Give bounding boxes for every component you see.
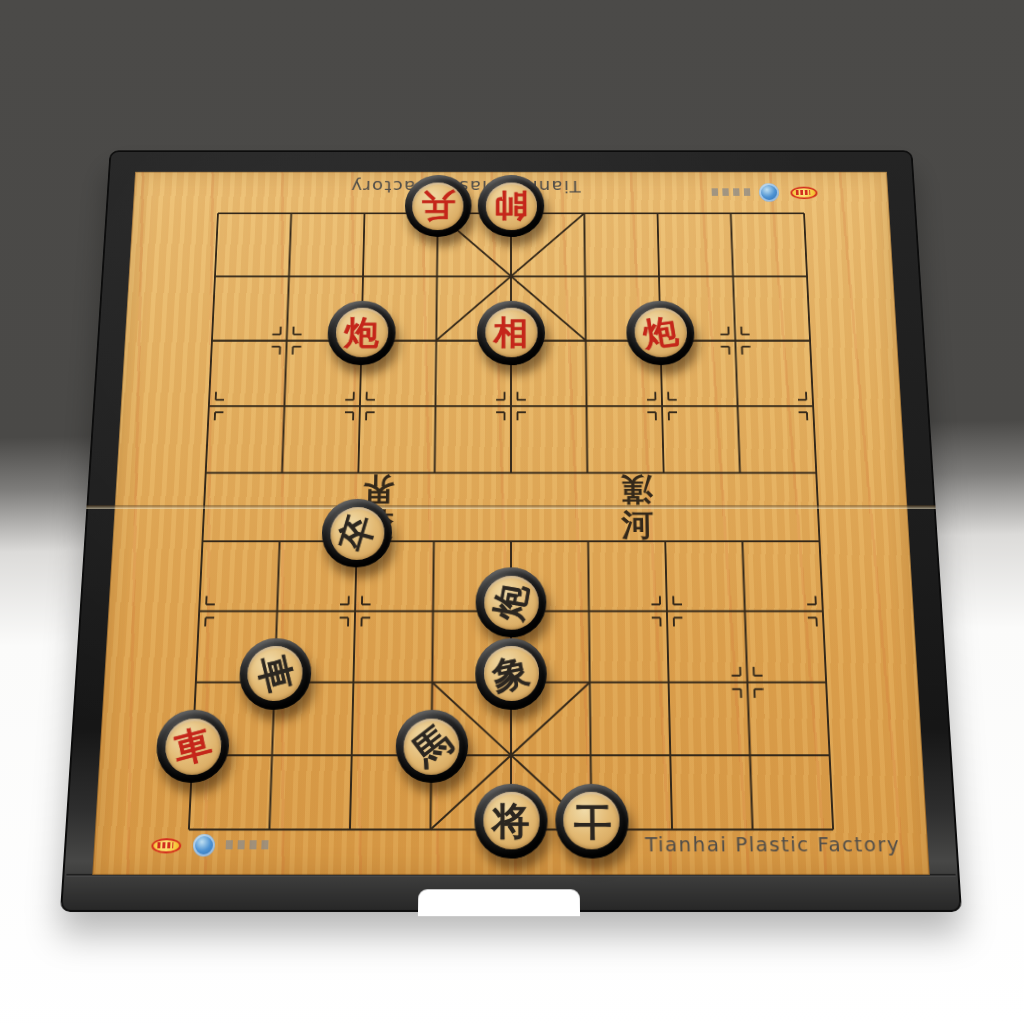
piece-red-elephant[interactable]: 相 xyxy=(477,301,545,365)
piece-character: 炮 xyxy=(490,582,532,624)
piece-face: 象 xyxy=(483,646,538,701)
board-surface: Tianhai Plastic Factory 界 漢 楚 河 兵帥炮相炮卒炮車… xyxy=(92,172,929,875)
board-frame: Tianhai Plastic Factory 界 漢 楚 河 兵帥炮相炮卒炮車… xyxy=(60,150,962,912)
river-char-he: 河 xyxy=(616,504,658,545)
piece-face: 帥 xyxy=(485,182,536,230)
piece-character: 卒 xyxy=(335,511,380,554)
piece-face: 兵 xyxy=(412,182,464,230)
piece-face: 相 xyxy=(485,308,537,358)
piece-red-cannon-right[interactable]: 炮 xyxy=(626,301,695,365)
piece-black-horse[interactable]: 馬 xyxy=(395,710,468,783)
piece-face: 炮 xyxy=(484,576,539,630)
latch-notch xyxy=(418,889,580,916)
piece-character: 帥 xyxy=(494,190,528,222)
piece-character: 士 xyxy=(573,801,611,839)
piece-character: 象 xyxy=(489,652,533,696)
piece-red-general[interactable]: 帥 xyxy=(478,175,545,237)
piece-face: 卒 xyxy=(329,507,384,560)
piece-character: 車 xyxy=(253,651,297,696)
piece-face: 炮 xyxy=(335,308,388,358)
piece-character: 馬 xyxy=(405,720,457,773)
fold-seam xyxy=(86,505,935,509)
piece-character: 相 xyxy=(494,316,529,349)
piece-face: 車 xyxy=(164,718,222,774)
piece-character: 兵 xyxy=(421,190,455,222)
piece-character: 将 xyxy=(492,801,530,839)
piece-face: 士 xyxy=(563,792,620,850)
small-text-logo xyxy=(226,840,274,849)
piece-black-elephant[interactable]: 象 xyxy=(475,638,547,709)
piece-face: 車 xyxy=(246,646,303,701)
board-scene: Tianhai Plastic Factory 界 漢 楚 河 兵帥炮相炮卒炮車… xyxy=(60,86,962,912)
piece-red-soldier[interactable]: 兵 xyxy=(404,175,471,237)
piece-character: 車 xyxy=(171,723,215,769)
piece-black-cannon[interactable]: 炮 xyxy=(475,568,546,638)
piece-face: 将 xyxy=(483,792,539,850)
piece-black-advisor[interactable]: 士 xyxy=(555,783,629,858)
piece-character: 炮 xyxy=(640,314,680,351)
piece-face: 炮 xyxy=(634,308,687,358)
brand-text-bottom: Tianhai Plastic Factory xyxy=(645,832,901,856)
piece-face: 馬 xyxy=(403,718,459,774)
piece-black-general[interactable]: 将 xyxy=(474,783,547,858)
piece-character: 炮 xyxy=(344,316,380,349)
photo-background: Tianhai Plastic Factory 界 漢 楚 河 兵帥炮相炮卒炮車… xyxy=(0,0,1024,1024)
